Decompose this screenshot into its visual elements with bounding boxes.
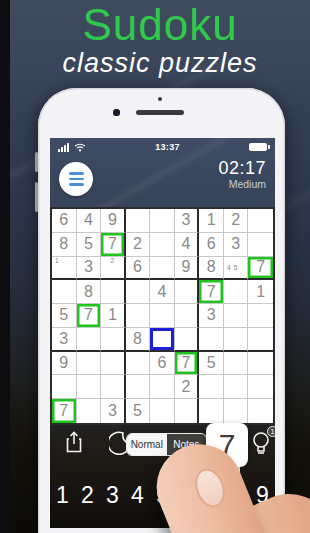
phone-earpiece	[136, 110, 184, 115]
cell-r2c3[interactable]: 7	[101, 233, 126, 257]
cell-r6c1[interactable]: 3	[52, 328, 77, 352]
cell-r7c5[interactable]: 6	[150, 352, 175, 376]
cell-r5c4[interactable]	[126, 304, 151, 328]
cell-r7c8[interactable]	[224, 352, 249, 376]
cell-r6c9[interactable]	[248, 328, 273, 352]
cell-digit: 8	[207, 258, 216, 276]
cell-digit: 6	[133, 258, 142, 276]
cell-r3c5[interactable]	[150, 257, 175, 281]
cell-r7c3[interactable]	[101, 352, 126, 376]
cell-digit: 7	[59, 402, 68, 420]
cell-r8c3[interactable]	[101, 375, 126, 399]
cell-digit: 2	[231, 211, 240, 229]
cell-r9c2[interactable]	[77, 399, 102, 423]
cell-digit: 1	[256, 283, 265, 301]
cell-digit: 5	[133, 402, 142, 420]
cell-r1c2[interactable]: 4	[77, 209, 102, 233]
cell-r4c9[interactable]: 1	[248, 280, 273, 304]
cell-r6c8[interactable]	[224, 328, 249, 352]
phone-sensor	[158, 97, 162, 101]
cell-r9c6[interactable]	[175, 399, 200, 423]
cell-r2c6[interactable]: 4	[175, 233, 200, 257]
cell-digit: 2	[133, 235, 142, 253]
cell-r4c7[interactable]: 7	[199, 280, 224, 304]
cell-r9c5[interactable]	[150, 399, 175, 423]
cell-r9c9[interactable]	[248, 399, 273, 423]
cell-digit: 7	[84, 306, 93, 324]
cell-r1c1[interactable]: 6	[52, 209, 77, 233]
cell-digit: 8	[59, 235, 68, 253]
cell-digit: 7	[108, 235, 117, 253]
cell-r4c5[interactable]: 4	[150, 280, 175, 304]
cell-r8c7[interactable]	[199, 375, 224, 399]
cell-r8c1[interactable]	[52, 375, 77, 399]
cell-r9c4[interactable]: 5	[126, 399, 151, 423]
cell-digit: 3	[231, 235, 240, 253]
cell-r2c2[interactable]: 5	[77, 233, 102, 257]
cell-r4c8[interactable]	[224, 280, 249, 304]
cell-digit: 7	[182, 354, 191, 372]
numpad-key-1[interactable]: 1	[50, 482, 75, 509]
cell-r6c2[interactable]	[77, 328, 102, 352]
cell-r1c3[interactable]: 9	[101, 209, 126, 233]
cell-r5c6[interactable]	[175, 304, 200, 328]
game-timer: 02:17	[218, 159, 266, 178]
battery-icon	[249, 143, 267, 151]
cell-digit: 1	[108, 306, 117, 324]
numpad-key-2[interactable]: 2	[75, 482, 100, 509]
cell-digit: 4	[182, 235, 191, 253]
phone-camera	[113, 109, 120, 116]
cell-r8c5[interactable]	[150, 375, 175, 399]
cell-r1c4[interactable]	[126, 209, 151, 233]
cell-digit: 4	[84, 211, 93, 229]
cell-r3c6[interactable]: 9	[175, 257, 200, 281]
cell-digit: 3	[108, 402, 117, 420]
cell-digit: 3	[207, 306, 216, 324]
cell-r7c1[interactable]: 9	[52, 352, 77, 376]
timer-block: 02:17 Medium	[218, 159, 266, 190]
cell-r3c9[interactable]: 7	[248, 257, 273, 281]
cell-r7c4[interactable]	[126, 352, 151, 376]
cell-r2c5[interactable]	[150, 233, 175, 257]
cell-r8c4[interactable]	[126, 375, 151, 399]
hint-count-badge: 1	[267, 426, 275, 437]
cell-digit: 7	[207, 283, 216, 301]
cell-r1c7[interactable]: 1	[199, 209, 224, 233]
cell-r1c6[interactable]: 3	[175, 209, 200, 233]
cell-digit: 3	[59, 330, 68, 348]
cell-r9c7[interactable]	[199, 399, 224, 423]
cell-r3c3[interactable]: 2	[101, 257, 126, 281]
cell-digit: 2	[182, 378, 191, 396]
cell-r5c5[interactable]	[150, 304, 175, 328]
cell-r8c6[interactable]: 2	[175, 375, 200, 399]
cell-r5c9[interactable]	[248, 304, 273, 328]
numpad-key-4[interactable]: 4	[125, 482, 150, 509]
cell-r6c6[interactable]	[175, 328, 200, 352]
marketing-title: Sudoku classic puzzles	[10, 0, 310, 78]
cell-r8c9[interactable]	[248, 375, 273, 399]
wifi-icon	[74, 143, 86, 152]
cell-r5c2[interactable]: 7	[77, 304, 102, 328]
cell-r4c1[interactable]	[52, 280, 77, 304]
cell-r9c3[interactable]: 3	[101, 399, 126, 423]
cell-digit: 1	[207, 211, 216, 229]
cell-r4c3[interactable]	[101, 280, 126, 304]
cell-digit: 3	[84, 258, 93, 276]
cell-r2c9[interactable]	[248, 233, 273, 257]
cell-digit: 5	[207, 354, 216, 372]
cell-digit: 8	[84, 283, 93, 301]
cell-r2c8[interactable]: 3	[224, 233, 249, 257]
cell-digit: 7	[256, 258, 265, 276]
cell-r7c6[interactable]: 7	[175, 352, 200, 376]
status-bar: 13:37	[50, 138, 275, 156]
cell-r7c9[interactable]	[248, 352, 273, 376]
cell-digit: 9	[108, 211, 117, 229]
cell-digit: 6	[207, 235, 216, 253]
cell-r3c8[interactable]: 45	[224, 257, 249, 281]
cell-digit: 6	[59, 211, 68, 229]
cell-r3c4[interactable]: 6	[126, 257, 151, 281]
share-icon[interactable]	[65, 431, 83, 453]
status-time: 13:37	[86, 142, 249, 152]
cell-r5c1[interactable]: 5	[52, 304, 77, 328]
cell-r3c7[interactable]: 8	[199, 257, 224, 281]
cell-r6c5[interactable]	[150, 328, 175, 352]
cell-r3c1[interactable]: 1	[52, 257, 77, 281]
screenshot-stage: Sudoku classic puzzles 13:37	[10, 0, 310, 533]
cell-r2c7[interactable]: 6	[199, 233, 224, 257]
app-name: Sudoku	[10, 0, 310, 50]
cell-digit: 9	[59, 354, 68, 372]
cell-r7c2[interactable]	[77, 352, 102, 376]
cell-r2c1[interactable]: 8	[52, 233, 77, 257]
cell-digit: 8	[133, 330, 142, 348]
hint-button[interactable]: 1	[250, 430, 275, 458]
menu-button[interactable]	[59, 162, 93, 196]
cell-r8c2[interactable]	[77, 375, 102, 399]
cell-r5c8[interactable]	[224, 304, 249, 328]
cell-r6c3[interactable]	[101, 328, 126, 352]
cell-r1c9[interactable]	[248, 209, 273, 233]
cell-r4c6[interactable]	[175, 280, 200, 304]
cell-digit: 5	[84, 235, 93, 253]
app-tagline: classic puzzles	[10, 48, 310, 78]
cell-r5c3[interactable]: 1	[101, 304, 126, 328]
mode-normal[interactable]: Normal	[127, 434, 167, 455]
cell-digit: 4	[158, 283, 167, 301]
pencil-mark: 5	[232, 264, 240, 271]
cell-r2c4[interactable]: 2	[126, 233, 151, 257]
cell-r3c2[interactable]: 3	[77, 257, 102, 281]
cell-r5c7[interactable]: 3	[199, 304, 224, 328]
cell-r9c8[interactable]	[224, 399, 249, 423]
cell-r7c7[interactable]: 5	[199, 352, 224, 376]
cell-r4c4[interactable]	[126, 280, 151, 304]
cell-r4c2[interactable]: 8	[77, 280, 102, 304]
cell-r9c1[interactable]: 7	[52, 399, 77, 423]
pencil-mark: 1	[53, 257, 61, 264]
hamburger-icon	[69, 172, 84, 175]
cell-digit: 5	[59, 306, 68, 324]
cell-r6c4[interactable]: 8	[126, 328, 151, 352]
pencil-mark: 2	[109, 257, 116, 264]
cell-digit: 6	[158, 354, 167, 372]
numpad-key-3[interactable]: 3	[100, 482, 125, 509]
sudoku-board: 6493128572463132698457847157133896752735	[50, 207, 275, 425]
cell-r6c7[interactable]	[199, 328, 224, 352]
cell-r1c5[interactable]	[150, 209, 175, 233]
cell-digit: 9	[182, 258, 191, 276]
signal-strength-icon	[58, 142, 86, 152]
cell-digit: 3	[182, 211, 191, 229]
cell-r1c8[interactable]: 2	[224, 209, 249, 233]
difficulty-label: Medium	[218, 178, 266, 190]
cell-r8c8[interactable]	[224, 375, 249, 399]
